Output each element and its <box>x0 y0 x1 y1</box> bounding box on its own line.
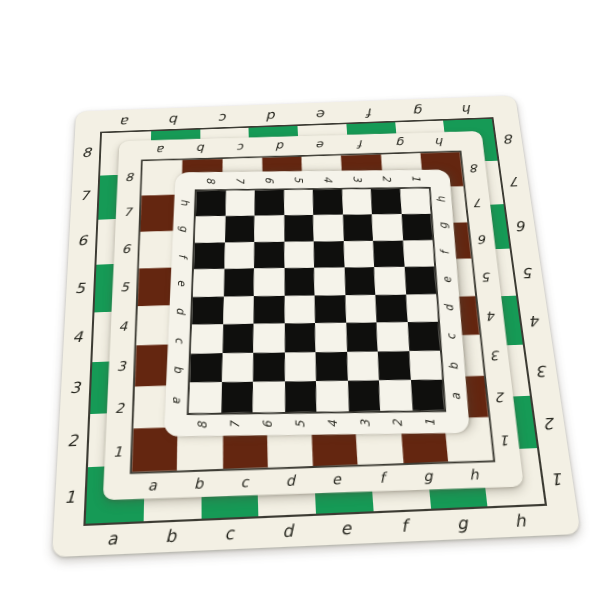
black-square-e6 <box>254 268 284 296</box>
rank-label: 7 <box>229 421 241 429</box>
black-rank-right-labels: 87654321 <box>195 170 431 190</box>
black-square-d5 <box>284 295 315 323</box>
rank-label: 1 <box>64 489 76 506</box>
file-label: e <box>332 473 342 488</box>
black-square-c1 <box>407 322 440 351</box>
black-square-a8 <box>189 383 222 413</box>
black-square-b1 <box>409 351 442 381</box>
file-label: c <box>240 476 248 491</box>
file-label: e <box>442 277 454 283</box>
file-label: e <box>340 521 351 538</box>
black-square-h5 <box>284 190 313 216</box>
black-square-c5 <box>284 323 315 352</box>
rank-label: 6 <box>122 244 131 256</box>
rank-label: 3 <box>491 349 501 362</box>
rank-label: 7 <box>509 174 520 187</box>
black-square-e8 <box>193 269 224 297</box>
black-square-b4 <box>316 352 348 382</box>
rank-label: 5 <box>522 264 534 278</box>
rank-label: 2 <box>543 414 556 430</box>
file-label: h <box>436 197 447 203</box>
black-square-e1 <box>404 267 436 295</box>
file-label: c <box>224 526 234 543</box>
file-label: a <box>450 393 462 400</box>
rank-label: 1 <box>410 175 421 181</box>
file-label: d <box>268 109 277 121</box>
file-label: g <box>438 223 450 229</box>
black-square-a3 <box>348 381 381 411</box>
black-square-e2 <box>374 267 406 295</box>
file-label: b <box>172 366 184 373</box>
black-square-d2 <box>375 294 407 322</box>
black-square-a7 <box>221 382 253 412</box>
file-label: a <box>157 144 165 155</box>
rank-label: 8 <box>503 131 514 144</box>
file-label: e <box>317 140 325 151</box>
rank-label: 4 <box>327 420 339 428</box>
black-square-f7 <box>224 242 254 269</box>
file-label: g <box>414 103 424 115</box>
file-label: g <box>423 470 433 484</box>
rank-label: 4 <box>118 320 127 333</box>
file-label: a <box>121 114 130 126</box>
black-square-b7 <box>221 353 253 383</box>
file-label: f <box>400 518 407 535</box>
black-square-d1 <box>406 294 438 322</box>
file-label: b <box>165 528 176 546</box>
black-square-a5 <box>285 381 317 411</box>
rank-label: 4 <box>529 312 541 327</box>
black-square-b3 <box>347 351 379 381</box>
black-playing-area <box>187 187 446 415</box>
black-square-h8 <box>196 191 226 217</box>
chessboard-black: abcdefghabcdefgh8765432187654321 <box>164 169 470 436</box>
rank-label: 5 <box>75 282 86 296</box>
file-label: d <box>174 308 186 315</box>
file-label: h <box>462 102 472 114</box>
file-label: a <box>148 479 157 494</box>
file-label: h <box>179 199 190 205</box>
file-label: h <box>514 513 527 530</box>
black-square-f3 <box>343 241 374 268</box>
file-label: f <box>379 471 385 485</box>
black-square-g8 <box>195 216 225 242</box>
file-label: d <box>277 141 285 152</box>
file-label: d <box>286 474 296 489</box>
rank-label: 2 <box>392 419 404 427</box>
rank-label: 8 <box>82 147 92 160</box>
black-square-g1 <box>401 214 432 240</box>
black-square-b6 <box>253 352 285 382</box>
black-square-d4 <box>315 295 346 323</box>
file-label: a <box>170 396 182 403</box>
black-rank-left-labels: 87654321 <box>186 412 448 436</box>
file-label: g <box>456 516 468 533</box>
black-square-g2 <box>372 214 403 240</box>
black-square-e4 <box>314 268 345 296</box>
rank-label: 5 <box>120 281 129 293</box>
black-square-g5 <box>284 215 314 241</box>
black-square-a6 <box>253 382 285 412</box>
black-square-f8 <box>194 242 225 269</box>
rank-label: 4 <box>322 176 333 182</box>
file-label: e <box>317 107 326 119</box>
rank-label: 1 <box>551 469 564 486</box>
black-square-c8 <box>191 324 223 353</box>
rank-label: 6 <box>262 421 274 429</box>
file-label: c <box>219 111 227 123</box>
black-square-h7 <box>225 190 255 216</box>
rank-label: 6 <box>77 235 87 249</box>
file-label: b <box>197 143 205 154</box>
rank-label: 5 <box>294 421 306 429</box>
file-label: d <box>282 523 293 540</box>
black-square-d8 <box>192 296 223 324</box>
black-square-h2 <box>371 189 401 215</box>
black-square-h1 <box>400 189 431 215</box>
black-square-e7 <box>223 269 254 297</box>
rank-label: 2 <box>115 402 125 416</box>
black-square-c3 <box>346 323 378 352</box>
rank-label: 2 <box>495 390 505 404</box>
file-label: b <box>170 112 179 124</box>
rank-label: 4 <box>72 330 83 345</box>
rank-label: 8 <box>125 172 134 183</box>
file-label: e <box>175 280 187 286</box>
black-square-c7 <box>222 324 253 353</box>
rank-label: 7 <box>474 197 483 209</box>
rank-label: 6 <box>263 177 274 183</box>
black-square-c4 <box>315 323 347 352</box>
black-square-e5 <box>284 268 315 296</box>
black-square-f5 <box>284 241 314 268</box>
black-square-g7 <box>225 216 255 242</box>
rank-label: 7 <box>123 207 132 219</box>
file-label: b <box>194 477 203 492</box>
black-square-g3 <box>343 215 373 241</box>
black-square-h4 <box>313 189 343 215</box>
rank-label: 3 <box>359 420 371 428</box>
rank-label: 6 <box>516 218 527 232</box>
black-square-g4 <box>313 215 343 241</box>
file-label: b <box>448 363 460 370</box>
rank-label: 8 <box>197 422 209 430</box>
file-label: c <box>238 142 245 153</box>
black-square-h3 <box>342 189 372 215</box>
file-label: d <box>444 305 456 312</box>
rank-label: 5 <box>292 177 303 183</box>
file-label: c <box>446 334 458 340</box>
rank-label: 6 <box>478 233 488 245</box>
black-square-g6 <box>254 216 284 242</box>
rank-label: 1 <box>113 445 123 459</box>
file-label: f <box>367 105 373 117</box>
rank-label: 5 <box>482 270 492 282</box>
file-label: h <box>436 136 445 147</box>
black-square-f1 <box>403 240 434 267</box>
black-square-d6 <box>254 296 285 324</box>
black-square-d7 <box>223 296 254 324</box>
rank-label: 3 <box>70 381 81 397</box>
rank-label: 3 <box>117 360 126 373</box>
black-square-b8 <box>190 353 222 383</box>
rank-label: 7 <box>234 177 245 183</box>
file-label: a <box>107 531 118 549</box>
black-square-f2 <box>373 240 404 267</box>
photo-scene: abcdefghabcdefgh8765432187654321abcdefgh… <box>0 0 600 600</box>
rank-label: 8 <box>204 178 215 184</box>
black-square-b5 <box>284 352 316 382</box>
black-square-a2 <box>379 380 412 410</box>
rank-label: 8 <box>470 162 479 173</box>
black-square-h6 <box>254 190 283 216</box>
black-square-a1 <box>410 380 444 410</box>
file-label: f <box>440 251 452 255</box>
black-square-a4 <box>316 381 348 411</box>
black-square-c2 <box>377 322 409 351</box>
rank-label: 2 <box>380 176 391 182</box>
black-square-d3 <box>345 295 377 323</box>
rank-label: 1 <box>424 419 437 427</box>
black-square-e3 <box>344 267 375 295</box>
file-label: g <box>178 225 189 231</box>
rank-label: 1 <box>500 433 511 447</box>
rank-label: 3 <box>536 362 548 377</box>
file-label: g <box>396 137 405 148</box>
file-label: f <box>358 138 363 149</box>
black-square-f6 <box>254 242 284 269</box>
rank-label: 3 <box>351 176 362 182</box>
file-label: h <box>469 468 480 482</box>
black-square-f4 <box>314 241 344 268</box>
chessboard-stack: abcdefghabcdefgh8765432187654321abcdefgh… <box>52 96 581 558</box>
rank-label: 4 <box>486 309 496 322</box>
black-square-b2 <box>378 351 411 381</box>
black-square-c6 <box>253 324 284 353</box>
file-label: f <box>176 254 187 258</box>
rank-label: 2 <box>67 434 78 450</box>
rank-label: 7 <box>79 190 89 203</box>
file-label: c <box>173 337 185 343</box>
